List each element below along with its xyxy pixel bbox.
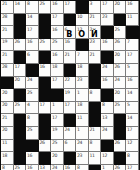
grid-cell[interactable]: 16 — [126, 77, 139, 90]
black-cell — [39, 152, 52, 165]
cell-code-number: 14 — [27, 14, 32, 19]
grid-cell[interactable]: 21 — [89, 14, 102, 27]
cell-code-number: 17 — [52, 77, 57, 82]
cell-code-number: 20 — [114, 90, 119, 95]
cell-code-number: 6 — [64, 140, 67, 145]
cell-code-number: 11 — [2, 140, 7, 145]
cell-code-number: 22 — [64, 77, 69, 82]
cell-code-number: 7 — [77, 52, 80, 57]
cell-letter: О — [76, 30, 88, 39]
cell-code-number: 25 — [14, 165, 19, 170]
grid-cell[interactable]: 20 — [14, 77, 27, 90]
grid-cell[interactable]: 11 — [126, 14, 139, 27]
cell-code-number: 17 — [39, 102, 44, 107]
grid-cell[interactable]: 20 — [114, 89, 127, 102]
grid-cell[interactable]: 1 — [101, 165, 114, 170]
grid-cell[interactable]: 16 — [51, 1, 64, 14]
cell-code-number: 24 — [27, 77, 32, 82]
grid-cell[interactable]: 2Й — [89, 26, 102, 39]
grid-cell[interactable]: 17 — [126, 127, 139, 140]
cell-code-number: 8 — [27, 1, 30, 6]
cell-code-number: 16 — [64, 165, 69, 170]
cell-letter: В — [64, 30, 76, 39]
cell-code-number: 23 — [77, 153, 82, 158]
grid-cell[interactable]: 25 — [39, 1, 52, 14]
cell-code-number: 16 — [127, 1, 132, 6]
cell-code-number: 25 — [52, 140, 57, 145]
grid-cell[interactable]: 6 — [64, 140, 77, 153]
grid-cell[interactable]: 21 — [1, 26, 14, 39]
grid-cell[interactable]: 8 — [76, 165, 89, 170]
cell-code-number: 23 — [77, 77, 82, 82]
black-cell — [14, 140, 27, 153]
codeword-puzzle-screenshot: 211482516173172016281417102123112117166В… — [0, 0, 140, 170]
cell-code-number: 18 — [77, 102, 82, 107]
grid-cell[interactable]: 21 — [89, 51, 102, 64]
grid-cell[interactable]: 25 — [26, 127, 39, 140]
grid-cell[interactable]: 17 — [39, 102, 52, 115]
grid-cell[interactable]: 14 — [26, 14, 39, 27]
cell-code-number: 24 — [114, 77, 119, 82]
black-cell — [76, 39, 89, 52]
black-cell — [39, 127, 52, 140]
grid-cell[interactable]: 21 — [1, 51, 14, 64]
cell-code-number: 23 — [89, 39, 94, 44]
grid-cell[interactable]: 24 — [114, 77, 127, 90]
cell-code-number: 20 — [2, 127, 7, 132]
cell-code-number: 25 — [39, 1, 44, 6]
cell-code-number: 11 — [89, 153, 94, 158]
cell-code-number: 14 — [14, 1, 19, 6]
grid-cell[interactable]: 25 — [51, 39, 64, 52]
cell-code-number: 23 — [102, 14, 107, 19]
grid-cell[interactable]: 24 — [64, 127, 77, 140]
cell-code-number: 26 — [114, 64, 119, 69]
grid-cell[interactable]: 17 — [64, 102, 77, 115]
grid-cell[interactable]: 16 — [26, 152, 39, 165]
cell-code-number: 17 — [127, 165, 132, 170]
black-cell — [39, 51, 52, 64]
cell-code-number: 12 — [102, 153, 107, 158]
grid-cell[interactable]: 23 — [76, 152, 89, 165]
grid-cell[interactable]: 16 — [101, 77, 114, 90]
black-cell — [101, 26, 114, 39]
cell-code-number: 24 — [64, 127, 69, 132]
cell-code-number: 20 — [2, 102, 7, 107]
cell-code-number: 17 — [127, 127, 132, 132]
cell-code-number: 17 — [27, 27, 32, 32]
grid-cell[interactable]: 17 — [126, 51, 139, 64]
black-cell — [39, 114, 52, 127]
cell-code-number: 21 — [2, 27, 7, 32]
grid-cell[interactable]: 6 — [26, 51, 39, 64]
cell-code-number: 17 — [102, 1, 107, 6]
cell-code-number: 16 — [27, 39, 32, 44]
black-cell — [51, 89, 64, 102]
grid-cell[interactable]: 20 — [1, 102, 14, 115]
cell-code-number: 25 — [114, 102, 119, 107]
grid-cell[interactable]: 16 — [51, 51, 64, 64]
black-cell — [114, 114, 127, 127]
cell-code-number: 4 — [27, 102, 30, 107]
grid-cell[interactable]: 26 — [39, 140, 52, 153]
cell-code-number: 25 — [52, 39, 57, 44]
grid-cell[interactable]: 17 — [26, 26, 39, 39]
cell-code-number: 10 — [77, 14, 82, 19]
black-cell — [14, 51, 27, 64]
grid-cell[interactable]: 18 — [51, 64, 64, 77]
cell-code-number: 20 — [2, 90, 7, 95]
grid-cell[interactable]: 21 — [89, 127, 102, 140]
black-cell — [14, 14, 27, 27]
black-cell — [39, 89, 52, 102]
grid-cell[interactable]: 16 — [126, 1, 139, 14]
black-cell — [89, 64, 102, 77]
grid-cell[interactable]: 6В — [64, 26, 77, 39]
cell-code-number: 25 — [114, 27, 119, 32]
grid-cell[interactable]: 8 — [126, 152, 139, 165]
grid-cell[interactable]: 24 — [26, 77, 39, 90]
grid-cell[interactable]: 23 — [76, 77, 89, 90]
grid-cell[interactable]: 19 — [1, 39, 14, 52]
grid-cell[interactable]: 17 — [126, 165, 139, 170]
grid-cell[interactable]: 1 — [76, 89, 89, 102]
cell-code-number: 21 — [2, 52, 7, 57]
cell-code-number: 8 — [2, 165, 5, 170]
cell-code-number: 25 — [39, 39, 44, 44]
cell-code-number: 20 — [52, 153, 57, 158]
black-cell — [14, 114, 27, 127]
cell-code-number: 25 — [27, 127, 32, 132]
grid-cell[interactable]: 14 — [126, 89, 139, 102]
cell-code-number: 16 — [27, 165, 32, 170]
cell-code-number: 17 — [64, 102, 69, 107]
cell-code-number: 1 — [52, 102, 55, 107]
cell-code-number: 1 — [102, 165, 105, 170]
cell-code-number: 25 — [27, 90, 32, 95]
cell-code-number: 17 — [52, 115, 57, 120]
black-cell — [14, 89, 27, 102]
grid-cell[interactable]: 8 — [89, 140, 102, 153]
grid-cell[interactable]: 26 — [114, 39, 127, 52]
black-cell — [114, 14, 127, 27]
black-cell — [89, 77, 102, 90]
codeword-grid: 211482516173172016281417102123112117166В… — [0, 0, 140, 170]
cell-code-number: 17 — [64, 1, 69, 6]
grid-cell[interactable]: 19 — [51, 127, 64, 140]
cell-code-number: 14 — [127, 115, 132, 120]
black-cell — [114, 152, 127, 165]
cell-code-number: 8 — [127, 153, 130, 158]
grid-cell[interactable]: 17 — [51, 77, 64, 90]
cell-code-number: 28 — [2, 64, 7, 69]
grid-cell[interactable]: 20 — [114, 51, 127, 64]
cell-letter: Й — [89, 30, 101, 39]
cell-code-number: 17 — [14, 64, 19, 69]
black-cell — [76, 1, 89, 14]
cell-code-number: 16 — [127, 77, 132, 82]
cell-code-number: 8 — [89, 90, 92, 95]
grid-cell[interactable]: 16 — [64, 165, 77, 170]
grid-cell[interactable]: 22 — [64, 77, 77, 90]
grid-cell[interactable]: 26 — [114, 140, 127, 153]
cell-code-number: 18 — [52, 64, 57, 69]
grid-cell[interactable]: 3 — [89, 1, 102, 14]
grid-cell[interactable]: 13 — [39, 165, 52, 170]
cell-code-number: 1 — [77, 90, 80, 95]
grid-cell[interactable]: 11 — [76, 114, 89, 127]
grid-cell[interactable]: 17 — [101, 1, 114, 14]
grid-cell[interactable]: 28 — [1, 14, 14, 27]
black-cell — [39, 77, 52, 90]
black-cell — [26, 140, 39, 153]
grid-cell[interactable]: 25 — [26, 89, 39, 102]
cell-code-number: 21 — [89, 14, 94, 19]
black-cell — [39, 14, 52, 27]
black-cell — [14, 26, 27, 39]
cell-code-number: 5 — [127, 64, 130, 69]
black-cell — [64, 152, 77, 165]
cell-code-number: 20 — [114, 52, 119, 57]
grid-cell[interactable]: 19 — [64, 89, 77, 102]
cell-code-number: 26 — [114, 140, 119, 145]
grid-cell[interactable]: 17 — [51, 114, 64, 127]
cell-code-number: 21 — [89, 52, 94, 57]
grid-cell[interactable]: 18 — [76, 64, 89, 77]
grid-cell[interactable]: 24 — [76, 140, 89, 153]
grid-cell[interactable]: 25 — [14, 165, 27, 170]
grid-cell[interactable]: 11 — [1, 140, 14, 153]
grid-cell[interactable]: 7 — [76, 51, 89, 64]
cell-code-number: 17 — [127, 52, 132, 57]
cell-code-number: 26 — [114, 39, 119, 44]
cell-code-number: 16 — [102, 77, 107, 82]
cell-code-number: 20 — [114, 1, 119, 6]
grid-cell[interactable]: 25 — [114, 26, 127, 39]
grid-cell[interactable]: 1 — [76, 127, 89, 140]
cell-code-number: 8 — [77, 165, 80, 170]
grid-cell[interactable]: 26 — [14, 39, 27, 52]
grid-cell[interactable]: 20 — [1, 127, 14, 140]
cell-code-number: 28 — [2, 14, 7, 19]
grid-cell[interactable]: 8 — [101, 102, 114, 115]
grid-cell[interactable]: 12 — [101, 152, 114, 165]
cell-code-number: 21 — [89, 127, 94, 132]
cell-code-number: 8 — [89, 140, 92, 145]
grid-cell[interactable]: 24 — [51, 165, 64, 170]
cell-code-number: 14 — [127, 90, 132, 95]
black-cell — [64, 114, 77, 127]
cell-code-number: 13 — [102, 115, 107, 120]
grid-cell[interactable]: 16 — [39, 64, 52, 77]
grid-cell[interactable]: 12 — [126, 140, 139, 153]
grid-cell[interactable]: 20 — [114, 1, 127, 14]
cell-code-number: 24 — [52, 165, 57, 170]
cell-code-number: 18 — [2, 153, 7, 158]
cell-code-number: 16 — [52, 1, 57, 6]
cell-code-number: 18 — [77, 64, 82, 69]
cell-code-number: 25 — [14, 102, 19, 107]
grid-cell[interactable]: 26 — [114, 64, 127, 77]
grid-cell[interactable]: 26 — [114, 165, 127, 170]
grid-cell[interactable]: 8 — [1, 165, 14, 170]
cell-code-number: 19 — [64, 90, 69, 95]
grid-cell[interactable]: 18 — [76, 102, 89, 115]
grid-cell[interactable]: 25 — [39, 39, 52, 52]
grid-cell[interactable]: 13 — [101, 114, 114, 127]
cell-code-number: 16 — [52, 52, 57, 57]
black-cell — [101, 51, 114, 64]
cell-code-number: 16 — [27, 153, 32, 158]
grid-cell[interactable]: 25 — [51, 140, 64, 153]
black-cell — [39, 26, 52, 39]
grid-cell[interactable]: 25 — [114, 102, 127, 115]
grid-cell[interactable]: 1 — [51, 102, 64, 115]
grid-cell[interactable]: 18 — [1, 152, 14, 165]
cell-code-number: 26 — [39, 140, 44, 145]
cell-code-number: 11 — [127, 14, 132, 19]
cell-code-number: 21 — [2, 115, 7, 120]
cell-code-number: 7 — [127, 39, 130, 44]
cell-code-number: 8 — [27, 115, 30, 120]
grid-cell[interactable]: 17 — [14, 64, 27, 77]
black-cell — [1, 77, 14, 90]
grid-cell[interactable]: 17 — [64, 1, 77, 14]
grid-cell[interactable]: 17 — [51, 14, 64, 27]
grid-cell[interactable]: 23 — [89, 39, 102, 52]
black-cell — [14, 127, 27, 140]
grid-cell[interactable]: 16 — [64, 39, 77, 52]
cell-code-number: 16 — [39, 64, 44, 69]
cell-code-number: 16 — [64, 39, 69, 44]
grid-cell[interactable]: 11 — [89, 152, 102, 165]
black-cell — [101, 140, 114, 153]
cell-code-number: 24 — [77, 140, 82, 145]
cell-code-number: 26 — [114, 165, 119, 170]
grid-cell[interactable]: 4 — [26, 102, 39, 115]
cell-code-number: 17 — [52, 14, 57, 19]
grid-cell[interactable]: 16 — [26, 165, 39, 170]
black-cell — [89, 165, 102, 170]
cell-code-number: 6 — [27, 52, 30, 57]
grid-cell[interactable]: 16 — [26, 39, 39, 52]
cell-code-number: 24 — [102, 127, 107, 132]
grid-cell[interactable]: 5 — [126, 64, 139, 77]
grid-cell[interactable]: 8 — [89, 89, 102, 102]
grid-cell[interactable]: 21 — [64, 51, 77, 64]
black-cell — [126, 26, 139, 39]
grid-cell[interactable]: 10 — [76, 14, 89, 27]
grid-cell[interactable]: 7 — [126, 39, 139, 52]
grid-cell[interactable]: 8 — [26, 1, 39, 14]
grid-cell[interactable]: 21 — [1, 114, 14, 127]
grid-cell[interactable]: 20 — [51, 152, 64, 165]
cell-code-number: 16 — [52, 27, 57, 32]
cell-code-number: 21 — [2, 1, 7, 6]
grid-cell[interactable]: 12О — [76, 26, 89, 39]
grid-cell[interactable]: 14 — [14, 1, 27, 14]
black-cell — [114, 127, 127, 140]
grid-cell[interactable]: 16 — [51, 26, 64, 39]
grid-cell[interactable]: 24 — [101, 64, 114, 77]
grid-cell[interactable]: 24 — [101, 127, 114, 140]
cell-code-number: 1 — [77, 127, 80, 132]
cell-code-number: 19 — [2, 39, 7, 44]
black-cell — [89, 114, 102, 127]
grid-cell[interactable]: 14 — [126, 114, 139, 127]
grid-cell[interactable]: 20 — [1, 89, 14, 102]
cell-code-number: 11 — [77, 115, 82, 120]
grid-cell[interactable]: 23 — [101, 14, 114, 27]
black-cell — [14, 152, 27, 165]
cell-code-number: 13 — [39, 165, 44, 170]
cell-code-number: 8 — [102, 102, 105, 107]
cell-code-number: 20 — [14, 77, 19, 82]
black-cell — [26, 64, 39, 77]
black-cell — [64, 14, 77, 27]
grid-cell[interactable]: 8 — [26, 114, 39, 127]
cell-code-number: 5 — [127, 102, 130, 107]
cell-code-number: 19 — [52, 127, 57, 132]
cell-code-number: 12 — [127, 140, 132, 145]
cell-code-number: 16 — [102, 39, 107, 44]
cell-code-number: 26 — [14, 39, 19, 44]
cell-code-number: 24 — [102, 64, 107, 69]
grid-cell[interactable]: 5 — [126, 102, 139, 115]
cell-code-number: 3 — [89, 1, 92, 6]
grid-cell[interactable]: 28 — [1, 64, 14, 77]
grid-cell[interactable]: 21 — [1, 1, 14, 14]
black-cell — [101, 89, 114, 102]
cell-code-number: 21 — [64, 52, 69, 57]
black-cell — [89, 102, 102, 115]
black-cell — [64, 64, 77, 77]
grid-cell[interactable]: 16 — [101, 39, 114, 52]
grid-cell[interactable]: 25 — [14, 102, 27, 115]
